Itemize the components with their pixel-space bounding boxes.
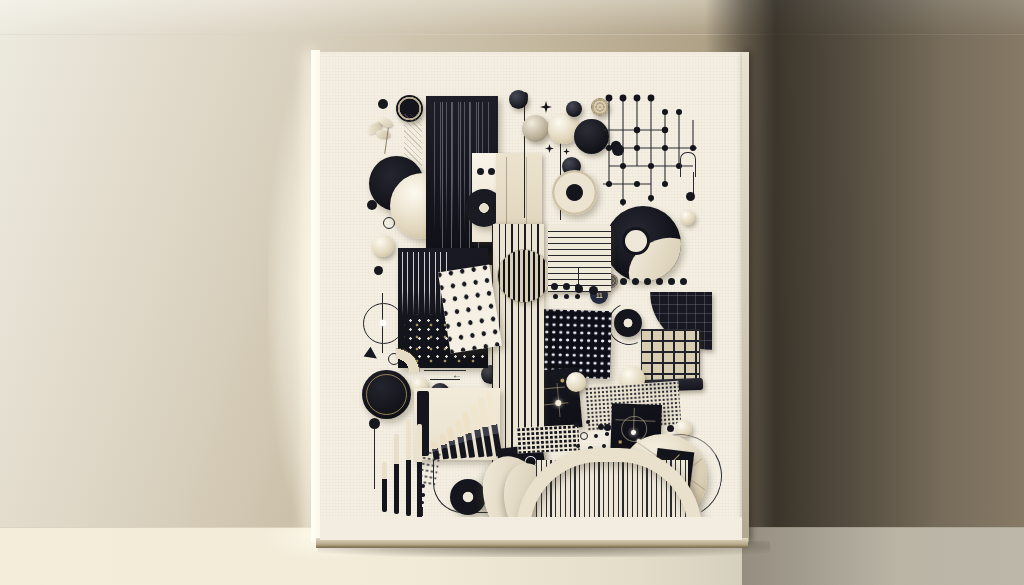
d <box>563 283 570 290</box>
sr <box>580 432 588 440</box>
row-dot <box>644 278 651 285</box>
row-dot <box>632 278 639 285</box>
striped-circle <box>498 250 550 302</box>
small-dot <box>367 200 377 210</box>
floor-shadow <box>742 527 1024 585</box>
col-dot <box>421 501 424 504</box>
node-glow <box>555 400 562 407</box>
chart-bars <box>429 388 499 459</box>
pin-stem <box>374 429 375 489</box>
d <box>575 294 580 299</box>
sd <box>605 432 609 436</box>
artwork: 11 <box>320 52 742 540</box>
stick <box>406 419 411 516</box>
stick <box>382 462 387 512</box>
pin <box>519 92 529 218</box>
dots-row <box>620 278 696 286</box>
black-sphere <box>566 101 582 117</box>
arrow-left-icon: ← <box>452 370 462 380</box>
grid-dot-large <box>612 144 624 156</box>
ring-donut <box>614 309 642 337</box>
col-dot <box>421 484 425 488</box>
sd <box>594 434 598 438</box>
col-tick <box>422 507 423 516</box>
tile-mosaic <box>641 329 700 385</box>
donut-group <box>552 157 598 217</box>
canvas-bottom-blank <box>320 517 742 540</box>
small-ring-icon <box>383 217 395 229</box>
quarter-wedge <box>396 338 426 372</box>
sd <box>586 420 590 424</box>
grid-dot <box>686 192 695 201</box>
room-scene: 11 <box>0 0 1024 585</box>
canvas-right-edge <box>742 52 749 542</box>
sparkle-icon <box>563 148 570 155</box>
col-dot <box>421 493 425 497</box>
d <box>553 294 558 299</box>
c-tick <box>619 440 622 443</box>
leaf-sprig-icon <box>364 118 400 154</box>
beige-ball <box>680 210 695 225</box>
sparkle-icon <box>540 101 552 113</box>
node-gold <box>560 378 564 382</box>
yin-yang-eye <box>625 230 647 252</box>
row-dot <box>680 278 687 285</box>
row-dot <box>620 278 627 285</box>
sd <box>574 422 579 427</box>
white-sphere <box>566 372 586 392</box>
small-dot <box>378 99 388 109</box>
cream-ball <box>372 235 394 257</box>
card-dot <box>477 168 484 175</box>
halftone-strip <box>516 424 579 453</box>
dotr <box>667 425 674 432</box>
canvas-left-edge <box>311 50 320 542</box>
d <box>589 286 598 295</box>
small-dot <box>374 266 383 275</box>
d <box>551 283 558 290</box>
crosshair-dot <box>380 320 386 326</box>
row-dot <box>656 278 663 285</box>
grey-sphere <box>522 115 549 142</box>
stick <box>394 434 399 514</box>
sparkle-icon <box>545 144 554 153</box>
cream-donut <box>552 170 597 215</box>
gold-ring-circle <box>362 370 411 419</box>
black-sphere <box>509 90 528 109</box>
yin-yang-circle <box>605 206 681 282</box>
pin-stem <box>524 100 525 218</box>
card-dot <box>488 168 495 175</box>
dotr <box>604 424 611 431</box>
triangle-icon <box>364 347 381 364</box>
d <box>575 284 581 290</box>
frame-donut <box>450 479 486 515</box>
sd <box>576 444 580 448</box>
row-dot <box>668 278 675 285</box>
d <box>564 294 569 299</box>
dots-two-rows <box>551 283 601 301</box>
gold-ring <box>366 374 407 415</box>
canvas-cast-shadow <box>705 0 1024 585</box>
